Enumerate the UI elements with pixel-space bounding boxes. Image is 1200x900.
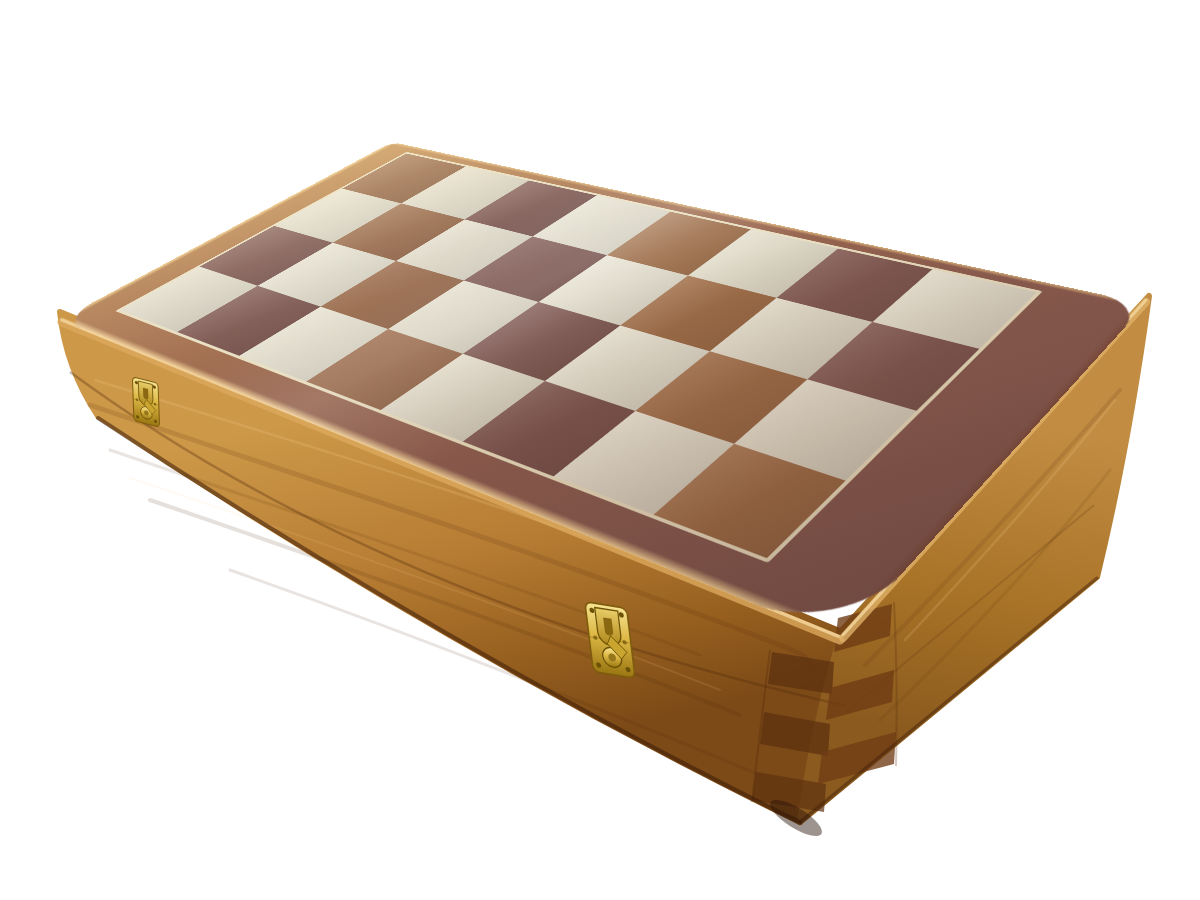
center-latch bbox=[585, 602, 635, 679]
scene bbox=[0, 0, 1200, 900]
left-latch bbox=[132, 377, 159, 427]
